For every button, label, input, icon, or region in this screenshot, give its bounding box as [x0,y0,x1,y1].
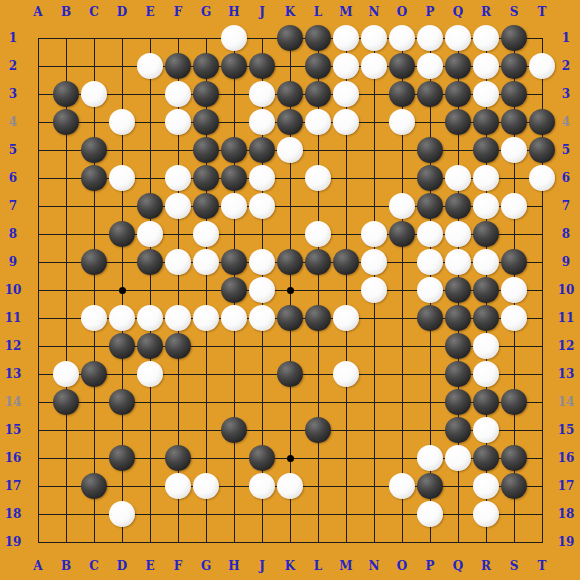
cell-G16[interactable] [192,444,220,472]
cell-M16[interactable] [332,444,360,472]
cell-P15[interactable] [416,416,444,444]
cell-M4[interactable] [332,108,360,136]
cell-B5[interactable] [52,136,80,164]
cell-L15[interactable] [304,416,332,444]
cell-Q7[interactable] [444,192,472,220]
cell-T4[interactable] [528,108,556,136]
cell-K12[interactable] [276,332,304,360]
cell-J15[interactable] [248,416,276,444]
cell-M15[interactable] [332,416,360,444]
cell-O19[interactable] [388,528,416,556]
cell-H15[interactable] [220,416,248,444]
cell-R3[interactable] [472,80,500,108]
cell-B18[interactable] [52,500,80,528]
cell-F9[interactable] [164,248,192,276]
cell-F2[interactable] [164,52,192,80]
cell-K2[interactable] [276,52,304,80]
cell-Q2[interactable] [444,52,472,80]
cell-G12[interactable] [192,332,220,360]
cell-O18[interactable] [388,500,416,528]
cell-K15[interactable] [276,416,304,444]
cell-K5[interactable] [276,136,304,164]
cell-G6[interactable] [192,164,220,192]
cell-P18[interactable] [416,500,444,528]
cell-G14[interactable] [192,388,220,416]
cell-R13[interactable] [472,360,500,388]
cell-P10[interactable] [416,276,444,304]
cell-D18[interactable] [108,500,136,528]
cell-G5[interactable] [192,136,220,164]
cell-S11[interactable] [500,304,528,332]
cell-O14[interactable] [388,388,416,416]
cell-E19[interactable] [136,528,164,556]
cell-Q18[interactable] [444,500,472,528]
cell-A11[interactable] [24,304,52,332]
cell-Q14[interactable] [444,388,472,416]
cell-K3[interactable] [276,80,304,108]
cell-Q9[interactable] [444,248,472,276]
cell-J7[interactable] [248,192,276,220]
cell-G18[interactable] [192,500,220,528]
cell-R19[interactable] [472,528,500,556]
cell-K17[interactable] [276,472,304,500]
cell-C2[interactable] [80,52,108,80]
cell-R16[interactable] [472,444,500,472]
cell-D15[interactable] [108,416,136,444]
cell-B7[interactable] [52,192,80,220]
cell-T17[interactable] [528,472,556,500]
cell-P19[interactable] [416,528,444,556]
cell-H9[interactable] [220,248,248,276]
cell-J6[interactable] [248,164,276,192]
cell-T1[interactable] [528,24,556,52]
cell-E5[interactable] [136,136,164,164]
cell-J2[interactable] [248,52,276,80]
cell-T5[interactable] [528,136,556,164]
cell-M2[interactable] [332,52,360,80]
cell-L14[interactable] [304,388,332,416]
cell-S5[interactable] [500,136,528,164]
cell-P4[interactable] [416,108,444,136]
cell-C11[interactable] [80,304,108,332]
cell-N10[interactable] [360,276,388,304]
cell-A16[interactable] [24,444,52,472]
cell-N8[interactable] [360,220,388,248]
cell-F1[interactable] [164,24,192,52]
cell-D6[interactable] [108,164,136,192]
cell-B9[interactable] [52,248,80,276]
cell-S8[interactable] [500,220,528,248]
cell-L7[interactable] [304,192,332,220]
cell-F13[interactable] [164,360,192,388]
cell-O6[interactable] [388,164,416,192]
cell-C18[interactable] [80,500,108,528]
cell-J8[interactable] [248,220,276,248]
cell-B3[interactable] [52,80,80,108]
cell-O7[interactable] [388,192,416,220]
cell-T2[interactable] [528,52,556,80]
cell-O10[interactable] [388,276,416,304]
cell-T10[interactable] [528,276,556,304]
cell-G19[interactable] [192,528,220,556]
cell-N14[interactable] [360,388,388,416]
cell-K10[interactable] [276,276,304,304]
cell-E4[interactable] [136,108,164,136]
cell-H4[interactable] [220,108,248,136]
cell-C8[interactable] [80,220,108,248]
cell-D11[interactable] [108,304,136,332]
cell-O3[interactable] [388,80,416,108]
cell-R12[interactable] [472,332,500,360]
cell-A7[interactable] [24,192,52,220]
cell-G2[interactable] [192,52,220,80]
cell-K8[interactable] [276,220,304,248]
cell-F11[interactable] [164,304,192,332]
cell-R9[interactable] [472,248,500,276]
cell-L17[interactable] [304,472,332,500]
cell-J9[interactable] [248,248,276,276]
cell-H14[interactable] [220,388,248,416]
cell-Q15[interactable] [444,416,472,444]
cell-H17[interactable] [220,472,248,500]
cell-S3[interactable] [500,80,528,108]
cell-L16[interactable] [304,444,332,472]
cell-D4[interactable] [108,108,136,136]
cell-Q19[interactable] [444,528,472,556]
cell-J18[interactable] [248,500,276,528]
cell-O2[interactable] [388,52,416,80]
cell-R5[interactable] [472,136,500,164]
cell-P2[interactable] [416,52,444,80]
cell-S9[interactable] [500,248,528,276]
cell-F14[interactable] [164,388,192,416]
cell-A18[interactable] [24,500,52,528]
cell-Q10[interactable] [444,276,472,304]
cell-H16[interactable] [220,444,248,472]
cell-O5[interactable] [388,136,416,164]
cell-E15[interactable] [136,416,164,444]
cell-D17[interactable] [108,472,136,500]
cell-N1[interactable] [360,24,388,52]
cell-R4[interactable] [472,108,500,136]
cell-L9[interactable] [304,248,332,276]
cell-N13[interactable] [360,360,388,388]
cell-Q11[interactable] [444,304,472,332]
cell-Q5[interactable] [444,136,472,164]
cell-C10[interactable] [80,276,108,304]
cell-H10[interactable] [220,276,248,304]
cell-E2[interactable] [136,52,164,80]
cell-Q12[interactable] [444,332,472,360]
cell-J14[interactable] [248,388,276,416]
cell-M18[interactable] [332,500,360,528]
cell-N4[interactable] [360,108,388,136]
cell-S7[interactable] [500,192,528,220]
cell-L11[interactable] [304,304,332,332]
cell-P17[interactable] [416,472,444,500]
cell-N3[interactable] [360,80,388,108]
cell-F18[interactable] [164,500,192,528]
cell-H13[interactable] [220,360,248,388]
cell-H7[interactable] [220,192,248,220]
cell-T14[interactable] [528,388,556,416]
cell-S15[interactable] [500,416,528,444]
cell-F19[interactable] [164,528,192,556]
cell-N5[interactable] [360,136,388,164]
cell-M13[interactable] [332,360,360,388]
cell-N18[interactable] [360,500,388,528]
cell-Q8[interactable] [444,220,472,248]
cell-E10[interactable] [136,276,164,304]
cell-R2[interactable] [472,52,500,80]
cell-H2[interactable] [220,52,248,80]
cell-M10[interactable] [332,276,360,304]
cell-A14[interactable] [24,388,52,416]
cell-R8[interactable] [472,220,500,248]
cell-E8[interactable] [136,220,164,248]
cell-R7[interactable] [472,192,500,220]
cell-B13[interactable] [52,360,80,388]
cell-S17[interactable] [500,472,528,500]
cell-C4[interactable] [80,108,108,136]
cell-N12[interactable] [360,332,388,360]
cell-Q1[interactable] [444,24,472,52]
cell-P12[interactable] [416,332,444,360]
cell-L13[interactable] [304,360,332,388]
cell-S6[interactable] [500,164,528,192]
cell-L10[interactable] [304,276,332,304]
cell-E12[interactable] [136,332,164,360]
cell-P7[interactable] [416,192,444,220]
cell-Q3[interactable] [444,80,472,108]
cell-C15[interactable] [80,416,108,444]
cell-M6[interactable] [332,164,360,192]
cell-J1[interactable] [248,24,276,52]
cell-G1[interactable] [192,24,220,52]
cell-L2[interactable] [304,52,332,80]
cell-E9[interactable] [136,248,164,276]
cell-A6[interactable] [24,164,52,192]
cell-M5[interactable] [332,136,360,164]
cell-R15[interactable] [472,416,500,444]
cell-C12[interactable] [80,332,108,360]
cell-C6[interactable] [80,164,108,192]
cell-D8[interactable] [108,220,136,248]
cell-P1[interactable] [416,24,444,52]
cell-D1[interactable] [108,24,136,52]
cell-J17[interactable] [248,472,276,500]
cell-A3[interactable] [24,80,52,108]
cell-P16[interactable] [416,444,444,472]
cell-F3[interactable] [164,80,192,108]
cell-J16[interactable] [248,444,276,472]
cell-O4[interactable] [388,108,416,136]
cell-K16[interactable] [276,444,304,472]
cell-B16[interactable] [52,444,80,472]
cell-D3[interactable] [108,80,136,108]
cell-P9[interactable] [416,248,444,276]
cell-E17[interactable] [136,472,164,500]
cell-G7[interactable] [192,192,220,220]
cell-O13[interactable] [388,360,416,388]
cell-J4[interactable] [248,108,276,136]
cell-S18[interactable] [500,500,528,528]
cell-T11[interactable] [528,304,556,332]
cell-K14[interactable] [276,388,304,416]
cell-S2[interactable] [500,52,528,80]
cell-G3[interactable] [192,80,220,108]
cell-A10[interactable] [24,276,52,304]
cell-E11[interactable] [136,304,164,332]
cell-O12[interactable] [388,332,416,360]
cell-M14[interactable] [332,388,360,416]
cell-A13[interactable] [24,360,52,388]
cell-N11[interactable] [360,304,388,332]
cell-M12[interactable] [332,332,360,360]
cell-H6[interactable] [220,164,248,192]
cell-D16[interactable] [108,444,136,472]
cell-K1[interactable] [276,24,304,52]
cell-J12[interactable] [248,332,276,360]
cell-O17[interactable] [388,472,416,500]
cell-A1[interactable] [24,24,52,52]
cell-A2[interactable] [24,52,52,80]
cell-P11[interactable] [416,304,444,332]
cell-E18[interactable] [136,500,164,528]
cell-O16[interactable] [388,444,416,472]
cell-F5[interactable] [164,136,192,164]
cell-B8[interactable] [52,220,80,248]
cell-E16[interactable] [136,444,164,472]
cell-J5[interactable] [248,136,276,164]
cell-N9[interactable] [360,248,388,276]
cell-G4[interactable] [192,108,220,136]
cell-H8[interactable] [220,220,248,248]
cell-P5[interactable] [416,136,444,164]
cell-B1[interactable] [52,24,80,52]
cell-L5[interactable] [304,136,332,164]
cell-M3[interactable] [332,80,360,108]
cell-P8[interactable] [416,220,444,248]
cell-D13[interactable] [108,360,136,388]
cell-T19[interactable] [528,528,556,556]
cell-C7[interactable] [80,192,108,220]
cell-P13[interactable] [416,360,444,388]
cell-L3[interactable] [304,80,332,108]
cell-J11[interactable] [248,304,276,332]
cell-R6[interactable] [472,164,500,192]
cell-J10[interactable] [248,276,276,304]
cell-T3[interactable] [528,80,556,108]
cell-J3[interactable] [248,80,276,108]
cell-R10[interactable] [472,276,500,304]
cell-T7[interactable] [528,192,556,220]
cell-B19[interactable] [52,528,80,556]
cell-T13[interactable] [528,360,556,388]
cell-B2[interactable] [52,52,80,80]
cell-E1[interactable] [136,24,164,52]
cell-S12[interactable] [500,332,528,360]
cell-K19[interactable] [276,528,304,556]
cell-F4[interactable] [164,108,192,136]
cell-D12[interactable] [108,332,136,360]
cell-L12[interactable] [304,332,332,360]
cell-M8[interactable] [332,220,360,248]
cell-E14[interactable] [136,388,164,416]
cell-F16[interactable] [164,444,192,472]
cell-D7[interactable] [108,192,136,220]
cell-M7[interactable] [332,192,360,220]
cell-D14[interactable] [108,388,136,416]
cell-B6[interactable] [52,164,80,192]
cell-L4[interactable] [304,108,332,136]
cell-F17[interactable] [164,472,192,500]
cell-A4[interactable] [24,108,52,136]
cell-H11[interactable] [220,304,248,332]
cell-K13[interactable] [276,360,304,388]
cell-G17[interactable] [192,472,220,500]
cell-O8[interactable] [388,220,416,248]
cell-H19[interactable] [220,528,248,556]
cell-G13[interactable] [192,360,220,388]
cell-N2[interactable] [360,52,388,80]
cell-E6[interactable] [136,164,164,192]
cell-E13[interactable] [136,360,164,388]
cell-F7[interactable] [164,192,192,220]
cell-A8[interactable] [24,220,52,248]
cell-A12[interactable] [24,332,52,360]
cell-H1[interactable] [220,24,248,52]
cell-R17[interactable] [472,472,500,500]
cell-N15[interactable] [360,416,388,444]
cell-T18[interactable] [528,500,556,528]
cell-R11[interactable] [472,304,500,332]
cell-S19[interactable] [500,528,528,556]
cell-M9[interactable] [332,248,360,276]
cell-F6[interactable] [164,164,192,192]
cell-H12[interactable] [220,332,248,360]
cell-G15[interactable] [192,416,220,444]
cell-O1[interactable] [388,24,416,52]
cell-C14[interactable] [80,388,108,416]
cell-P3[interactable] [416,80,444,108]
cell-Q6[interactable] [444,164,472,192]
cell-T16[interactable] [528,444,556,472]
cell-B12[interactable] [52,332,80,360]
cell-S14[interactable] [500,388,528,416]
cell-B11[interactable] [52,304,80,332]
cell-B14[interactable] [52,388,80,416]
cell-C16[interactable] [80,444,108,472]
cell-A9[interactable] [24,248,52,276]
cell-M11[interactable] [332,304,360,332]
cell-C19[interactable] [80,528,108,556]
cell-D5[interactable] [108,136,136,164]
cell-Q17[interactable] [444,472,472,500]
cell-K9[interactable] [276,248,304,276]
cell-G9[interactable] [192,248,220,276]
cell-K4[interactable] [276,108,304,136]
cell-R18[interactable] [472,500,500,528]
cell-C5[interactable] [80,136,108,164]
cell-E7[interactable] [136,192,164,220]
cell-M1[interactable] [332,24,360,52]
cell-D2[interactable] [108,52,136,80]
cell-O11[interactable] [388,304,416,332]
cell-A19[interactable] [24,528,52,556]
cell-H18[interactable] [220,500,248,528]
cell-B4[interactable] [52,108,80,136]
